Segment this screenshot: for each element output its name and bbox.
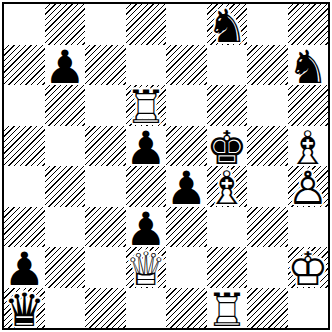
piece-black-knight: ♞ — [288, 46, 329, 87]
piece-black-knight: ♞ — [207, 6, 248, 47]
square-c1[interactable] — [85, 288, 126, 329]
square-b6[interactable] — [45, 85, 86, 126]
piece-halo: ♞ — [207, 6, 248, 47]
square-e2[interactable] — [166, 247, 207, 288]
piece-halo: ♜ — [207, 289, 248, 330]
square-h8[interactable] — [288, 4, 329, 45]
piece-halo: ♜ — [126, 87, 167, 128]
square-c3[interactable] — [85, 207, 126, 248]
square-d7[interactable] — [126, 45, 167, 86]
piece-halo: ♚ — [288, 249, 329, 290]
square-d2[interactable]: ♛♕ — [126, 247, 167, 288]
square-a7[interactable] — [4, 45, 45, 86]
square-a5[interactable] — [4, 126, 45, 167]
square-a1[interactable]: ♛♛ — [4, 288, 45, 329]
square-d4[interactable] — [126, 166, 167, 207]
square-g4[interactable] — [247, 166, 288, 207]
square-f3[interactable] — [207, 207, 248, 248]
piece-black-pawn: ♟ — [45, 46, 86, 87]
square-c6[interactable] — [85, 85, 126, 126]
square-f7[interactable] — [207, 45, 248, 86]
square-f8[interactable]: ♞♞ — [207, 4, 248, 45]
piece-halo: ♝ — [288, 127, 329, 168]
square-c2[interactable] — [85, 247, 126, 288]
square-c8[interactable] — [85, 4, 126, 45]
square-h1[interactable] — [288, 288, 329, 329]
square-c4[interactable] — [85, 166, 126, 207]
square-h5[interactable]: ♝♗ — [288, 126, 329, 167]
square-h7[interactable]: ♞♞ — [288, 45, 329, 86]
piece-halo: ♟ — [126, 208, 167, 249]
square-a6[interactable] — [4, 85, 45, 126]
square-e6[interactable] — [166, 85, 207, 126]
piece-white-pawn: ♙ — [288, 168, 329, 209]
piece-halo: ♛ — [126, 249, 167, 290]
piece-halo: ♞ — [288, 46, 329, 87]
piece-halo: ♟ — [45, 46, 86, 87]
square-f4[interactable]: ♝♗ — [207, 166, 248, 207]
square-e1[interactable] — [166, 288, 207, 329]
piece-white-king: ♔ — [288, 249, 329, 290]
square-b1[interactable] — [45, 288, 86, 329]
square-e5[interactable] — [166, 126, 207, 167]
square-e8[interactable] — [166, 4, 207, 45]
square-b5[interactable] — [45, 126, 86, 167]
piece-black-pawn: ♟ — [126, 127, 167, 168]
square-b4[interactable] — [45, 166, 86, 207]
square-e7[interactable] — [166, 45, 207, 86]
piece-white-bishop: ♗ — [288, 127, 329, 168]
square-b2[interactable] — [45, 247, 86, 288]
piece-white-bishop: ♗ — [207, 168, 248, 209]
square-d5[interactable]: ♟♟ — [126, 126, 167, 167]
square-g6[interactable] — [247, 85, 288, 126]
piece-halo: ♟ — [166, 168, 207, 209]
square-a4[interactable] — [4, 166, 45, 207]
square-g7[interactable] — [247, 45, 288, 86]
piece-white-rook: ♖ — [126, 87, 167, 128]
square-f6[interactable] — [207, 85, 248, 126]
piece-black-pawn: ♟ — [126, 208, 167, 249]
piece-halo: ♟ — [4, 249, 45, 290]
piece-black-king: ♚ — [207, 127, 248, 168]
square-g1[interactable] — [247, 288, 288, 329]
square-d8[interactable] — [126, 4, 167, 45]
square-g3[interactable] — [247, 207, 288, 248]
piece-halo: ♝ — [207, 168, 248, 209]
chess-diagram-page: ♞♞♟♟♞♞♜♖♟♟♚♚♝♗♟♟♝♗♟♙♟♟♟♟♛♕♚♔♛♛♜♖ — [0, 2, 332, 332]
square-h3[interactable] — [288, 207, 329, 248]
piece-halo: ♟ — [288, 168, 329, 209]
square-f1[interactable]: ♜♖ — [207, 288, 248, 329]
piece-black-pawn: ♟ — [166, 168, 207, 209]
square-e3[interactable] — [166, 207, 207, 248]
chess-board: ♞♞♟♟♞♞♜♖♟♟♚♚♝♗♟♟♝♗♟♙♟♟♟♟♛♕♚♔♛♛♜♖ — [2, 2, 330, 330]
square-c5[interactable] — [85, 126, 126, 167]
square-g5[interactable] — [247, 126, 288, 167]
square-c7[interactable] — [85, 45, 126, 86]
piece-halo: ♚ — [207, 127, 248, 168]
piece-white-queen: ♕ — [126, 249, 167, 290]
piece-black-pawn: ♟ — [4, 249, 45, 290]
square-h6[interactable] — [288, 85, 329, 126]
square-h4[interactable]: ♟♙ — [288, 166, 329, 207]
piece-halo: ♟ — [126, 127, 167, 168]
square-d3[interactable]: ♟♟ — [126, 207, 167, 248]
square-e4[interactable]: ♟♟ — [166, 166, 207, 207]
square-g8[interactable] — [247, 4, 288, 45]
square-f2[interactable] — [207, 247, 248, 288]
square-h2[interactable]: ♚♔ — [288, 247, 329, 288]
piece-black-queen: ♛ — [4, 289, 45, 330]
square-a2[interactable]: ♟♟ — [4, 247, 45, 288]
square-a8[interactable] — [4, 4, 45, 45]
square-b3[interactable] — [45, 207, 86, 248]
square-d6[interactable]: ♜♖ — [126, 85, 167, 126]
square-a3[interactable] — [4, 207, 45, 248]
square-g2[interactable] — [247, 247, 288, 288]
piece-white-rook: ♖ — [207, 289, 248, 330]
square-f5[interactable]: ♚♚ — [207, 126, 248, 167]
square-b8[interactable] — [45, 4, 86, 45]
square-d1[interactable] — [126, 288, 167, 329]
square-b7[interactable]: ♟♟ — [45, 45, 86, 86]
piece-halo: ♛ — [4, 289, 45, 330]
